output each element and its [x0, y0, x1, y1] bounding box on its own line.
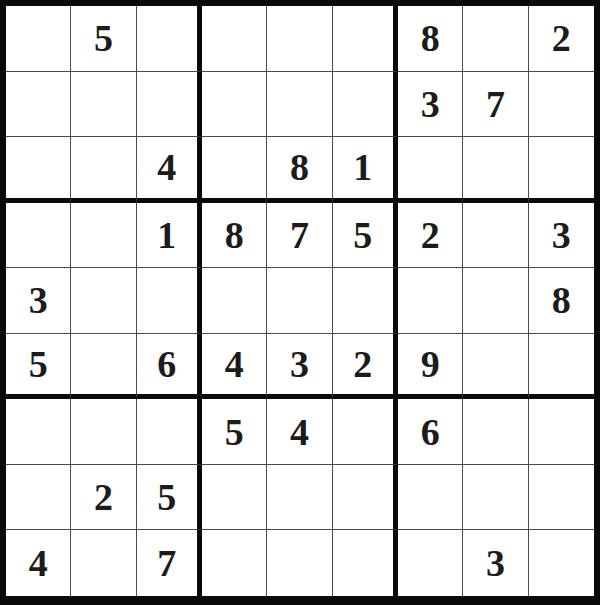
cell-r1c8[interactable]	[463, 6, 528, 72]
cell-r4c1[interactable]	[6, 203, 71, 269]
given-digit: 4	[29, 544, 48, 582]
given-digit: 3	[552, 216, 571, 254]
cell-r8c7[interactable]	[398, 465, 463, 531]
cell-r6c7: 9	[398, 334, 463, 400]
cell-r9c1: 4	[6, 530, 71, 596]
given-digit: 1	[157, 216, 176, 254]
cell-r7c9[interactable]	[529, 399, 594, 465]
cell-r3c1[interactable]	[6, 137, 71, 203]
cell-r5c4[interactable]	[202, 268, 267, 334]
cell-r2c1[interactable]	[6, 72, 71, 138]
cell-r3c7[interactable]	[398, 137, 463, 203]
cell-r1c3[interactable]	[137, 6, 202, 72]
cell-r3c4[interactable]	[202, 137, 267, 203]
cell-r7c7: 6	[398, 399, 463, 465]
cell-r5c3[interactable]	[137, 268, 202, 334]
cell-r4c3: 1	[137, 203, 202, 269]
cell-r4c4: 8	[202, 203, 267, 269]
cell-r1c2: 5	[71, 6, 136, 72]
cell-r9c5[interactable]	[267, 530, 332, 596]
cell-r3c2[interactable]	[71, 137, 136, 203]
sudoku-board: 582374811875233856432954625473	[0, 0, 600, 605]
cell-r2c7: 3	[398, 72, 463, 138]
cell-r2c9[interactable]	[529, 72, 594, 138]
cell-r2c3[interactable]	[137, 72, 202, 138]
cell-r8c1[interactable]	[6, 465, 71, 531]
cell-r1c4[interactable]	[202, 6, 267, 72]
given-digit: 4	[225, 345, 244, 383]
given-digit: 2	[421, 216, 440, 254]
cell-r7c4: 5	[202, 399, 267, 465]
cell-r7c3[interactable]	[137, 399, 202, 465]
given-digit: 1	[353, 148, 372, 186]
cell-r6c1: 5	[6, 334, 71, 400]
given-digit: 7	[486, 85, 505, 123]
cell-r4c7: 2	[398, 203, 463, 269]
cell-r8c8[interactable]	[463, 465, 528, 531]
cell-r1c5[interactable]	[267, 6, 332, 72]
cell-r6c9[interactable]	[529, 334, 594, 400]
given-digit: 5	[353, 216, 372, 254]
given-digit: 3	[29, 281, 48, 319]
cell-r8c2: 2	[71, 465, 136, 531]
cell-r6c8[interactable]	[463, 334, 528, 400]
given-digit: 5	[29, 345, 48, 383]
cell-r2c6[interactable]	[333, 72, 398, 138]
given-digit: 3	[421, 85, 440, 123]
given-digit: 3	[290, 345, 309, 383]
cell-r5c6[interactable]	[333, 268, 398, 334]
given-digit: 8	[290, 148, 309, 186]
given-digit: 7	[290, 216, 309, 254]
cell-r7c2[interactable]	[71, 399, 136, 465]
sudoku-page: 582374811875233856432954625473	[0, 0, 600, 605]
given-digit: 5	[157, 478, 176, 516]
given-digit: 8	[225, 216, 244, 254]
given-digit: 5	[94, 19, 113, 57]
cell-r8c6[interactable]	[333, 465, 398, 531]
cell-r9c9[interactable]	[529, 530, 594, 596]
cell-r4c2[interactable]	[71, 203, 136, 269]
cell-r9c3: 7	[137, 530, 202, 596]
given-digit: 8	[421, 19, 440, 57]
given-digit: 6	[421, 413, 440, 451]
given-digit: 7	[157, 544, 176, 582]
cell-r2c4[interactable]	[202, 72, 267, 138]
cell-r2c5[interactable]	[267, 72, 332, 138]
cell-r6c5: 3	[267, 334, 332, 400]
cell-r4c8[interactable]	[463, 203, 528, 269]
given-digit: 4	[157, 148, 176, 186]
cell-r4c5: 7	[267, 203, 332, 269]
cell-r3c6: 1	[333, 137, 398, 203]
cell-r5c9: 8	[529, 268, 594, 334]
cell-r1c6[interactable]	[333, 6, 398, 72]
cell-r1c7: 8	[398, 6, 463, 72]
cell-r7c1[interactable]	[6, 399, 71, 465]
cell-r9c8: 3	[463, 530, 528, 596]
cell-r5c5[interactable]	[267, 268, 332, 334]
cell-r3c3: 4	[137, 137, 202, 203]
given-digit: 2	[353, 345, 372, 383]
cell-r4c9: 3	[529, 203, 594, 269]
cell-r4c6: 5	[333, 203, 398, 269]
cell-r5c2[interactable]	[71, 268, 136, 334]
cell-r3c9[interactable]	[529, 137, 594, 203]
cell-r6c6: 2	[333, 334, 398, 400]
given-digit: 5	[225, 413, 244, 451]
cell-r9c6[interactable]	[333, 530, 398, 596]
cell-r6c2[interactable]	[71, 334, 136, 400]
cell-r8c4[interactable]	[202, 465, 267, 531]
cell-r8c5[interactable]	[267, 465, 332, 531]
cell-r9c2[interactable]	[71, 530, 136, 596]
cell-r1c9: 2	[529, 6, 594, 72]
cell-r7c8[interactable]	[463, 399, 528, 465]
cell-r5c1: 3	[6, 268, 71, 334]
given-digit: 4	[290, 413, 309, 451]
cell-r8c3: 5	[137, 465, 202, 531]
cell-r7c5: 4	[267, 399, 332, 465]
cell-r5c8[interactable]	[463, 268, 528, 334]
cell-r9c7[interactable]	[398, 530, 463, 596]
cell-r2c8: 7	[463, 72, 528, 138]
cell-r3c8[interactable]	[463, 137, 528, 203]
given-digit: 8	[552, 281, 571, 319]
cell-r1c1[interactable]	[6, 6, 71, 72]
cell-r3c5: 8	[267, 137, 332, 203]
cell-r2c2[interactable]	[71, 72, 136, 138]
given-digit: 3	[486, 544, 505, 582]
cell-r5c7[interactable]	[398, 268, 463, 334]
given-digit: 2	[94, 478, 113, 516]
given-digit: 6	[157, 345, 176, 383]
cell-r6c4: 4	[202, 334, 267, 400]
cell-r8c9[interactable]	[529, 465, 594, 531]
given-digit: 2	[552, 19, 571, 57]
cell-r6c3: 6	[137, 334, 202, 400]
given-digit: 9	[421, 345, 440, 383]
cell-r7c6[interactable]	[333, 399, 398, 465]
cell-r9c4[interactable]	[202, 530, 267, 596]
